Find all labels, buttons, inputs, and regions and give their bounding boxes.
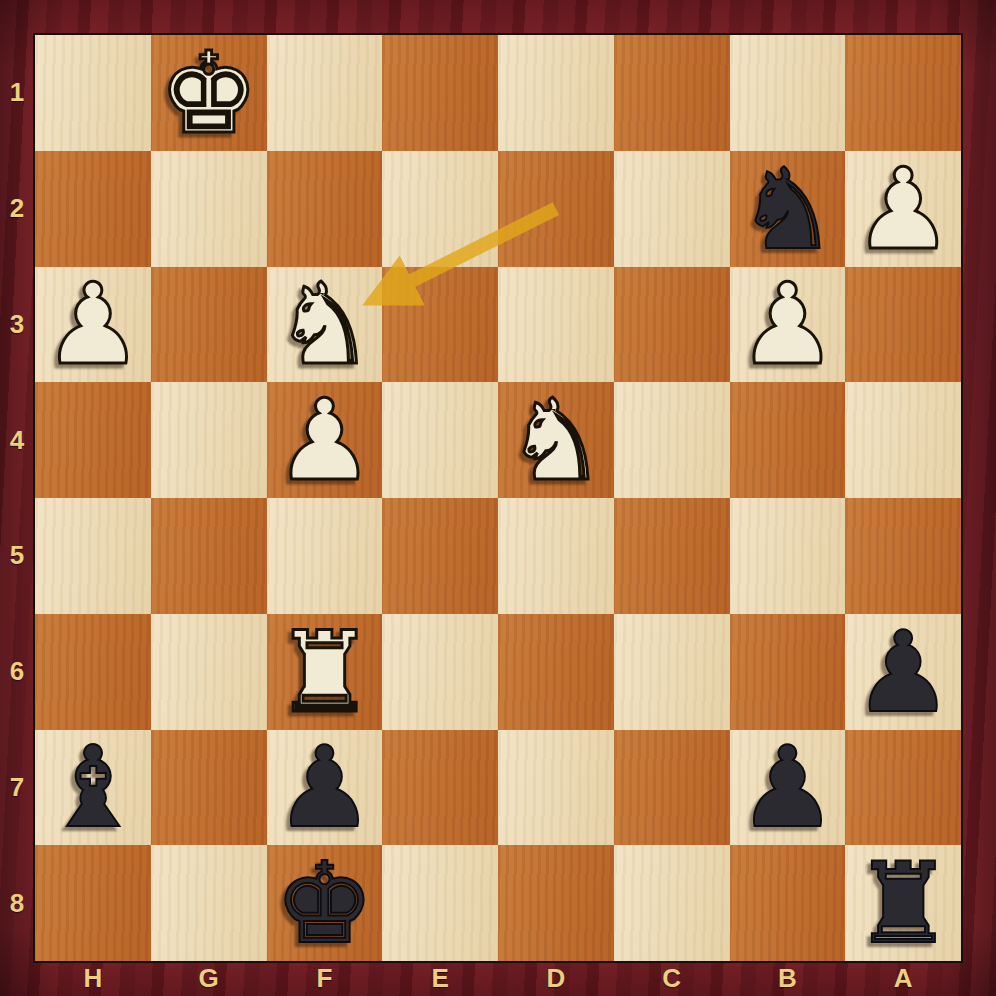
square-a8[interactable]: ♜ xyxy=(845,845,961,961)
square-e5[interactable] xyxy=(382,498,498,614)
square-a1[interactable] xyxy=(845,35,961,151)
square-c1[interactable] xyxy=(614,35,730,151)
square-b1[interactable] xyxy=(730,35,846,151)
piece-black-pawn-f7[interactable]: ♟ xyxy=(274,729,374,845)
square-d7[interactable] xyxy=(498,730,614,846)
square-d5[interactable] xyxy=(498,498,614,614)
square-d2[interactable] xyxy=(498,151,614,267)
square-b4[interactable] xyxy=(730,382,846,498)
square-a4[interactable] xyxy=(845,382,961,498)
rank-label-7: 7 xyxy=(0,730,34,846)
file-label-b: B xyxy=(730,961,846,995)
square-f8[interactable]: ♚ xyxy=(267,845,383,961)
piece-white-rook-f6[interactable]: ♜ xyxy=(274,614,374,730)
file-label-c: C xyxy=(614,961,730,995)
square-g8[interactable] xyxy=(151,845,267,961)
square-d6[interactable] xyxy=(498,614,614,730)
piece-black-rook-a8[interactable]: ♜ xyxy=(853,845,953,961)
square-f6[interactable]: ♜ xyxy=(267,614,383,730)
square-c7[interactable] xyxy=(614,730,730,846)
file-label-a: A xyxy=(845,961,961,995)
board-frame: ♚♞♟♟♞♟♟♞♜♟♝♟♟♚♜ HGFEDCBA12345678 xyxy=(0,0,996,996)
rank-label-6: 6 xyxy=(0,614,34,730)
square-h1[interactable] xyxy=(35,35,151,151)
square-h7[interactable]: ♝ xyxy=(35,730,151,846)
square-c2[interactable] xyxy=(614,151,730,267)
square-e1[interactable] xyxy=(382,35,498,151)
square-f2[interactable] xyxy=(267,151,383,267)
square-e8[interactable] xyxy=(382,845,498,961)
square-h4[interactable] xyxy=(35,382,151,498)
rank-label-2: 2 xyxy=(0,151,34,267)
piece-white-pawn-a2[interactable]: ♟ xyxy=(853,151,953,267)
square-c3[interactable] xyxy=(614,267,730,383)
square-g6[interactable] xyxy=(151,614,267,730)
piece-white-pawn-f4[interactable]: ♟ xyxy=(274,382,374,498)
square-d4[interactable]: ♞ xyxy=(498,382,614,498)
rank-label-5: 5 xyxy=(0,498,34,614)
square-g7[interactable] xyxy=(151,730,267,846)
file-label-h: H xyxy=(35,961,151,995)
square-d8[interactable] xyxy=(498,845,614,961)
piece-white-knight-d4[interactable]: ♞ xyxy=(506,382,606,498)
piece-black-pawn-b7[interactable]: ♟ xyxy=(737,729,837,845)
file-label-d: D xyxy=(498,961,614,995)
square-g3[interactable] xyxy=(151,267,267,383)
square-f1[interactable] xyxy=(267,35,383,151)
square-a7[interactable] xyxy=(845,730,961,846)
square-d1[interactable] xyxy=(498,35,614,151)
rank-label-1: 1 xyxy=(0,35,34,151)
square-e4[interactable] xyxy=(382,382,498,498)
square-h5[interactable] xyxy=(35,498,151,614)
square-b3[interactable]: ♟ xyxy=(730,267,846,383)
square-c8[interactable] xyxy=(614,845,730,961)
piece-black-pawn-a6[interactable]: ♟ xyxy=(853,614,953,730)
square-b5[interactable] xyxy=(730,498,846,614)
square-a6[interactable]: ♟ xyxy=(845,614,961,730)
piece-white-pawn-b3[interactable]: ♟ xyxy=(737,266,837,382)
square-a2[interactable]: ♟ xyxy=(845,151,961,267)
square-g1[interactable]: ♚ xyxy=(151,35,267,151)
square-f7[interactable]: ♟ xyxy=(267,730,383,846)
square-e3[interactable] xyxy=(382,267,498,383)
square-g5[interactable] xyxy=(151,498,267,614)
piece-white-knight-f3[interactable]: ♞ xyxy=(274,266,374,382)
square-g4[interactable] xyxy=(151,382,267,498)
square-f4[interactable]: ♟ xyxy=(267,382,383,498)
piece-white-king-g1[interactable]: ♚ xyxy=(158,35,258,151)
square-f5[interactable] xyxy=(267,498,383,614)
piece-black-bishop-h7[interactable]: ♝ xyxy=(43,729,143,845)
square-a3[interactable] xyxy=(845,267,961,383)
file-label-f: F xyxy=(267,961,383,995)
square-a5[interactable] xyxy=(845,498,961,614)
piece-black-knight-b2[interactable]: ♞ xyxy=(737,151,837,267)
square-h3[interactable]: ♟ xyxy=(35,267,151,383)
square-g2[interactable] xyxy=(151,151,267,267)
rank-label-4: 4 xyxy=(0,382,34,498)
chess-board: ♚♞♟♟♞♟♟♞♜♟♝♟♟♚♜ xyxy=(33,33,963,963)
square-h6[interactable] xyxy=(35,614,151,730)
square-b2[interactable]: ♞ xyxy=(730,151,846,267)
square-b6[interactable] xyxy=(730,614,846,730)
square-d3[interactable] xyxy=(498,267,614,383)
file-label-e: E xyxy=(382,961,498,995)
square-h2[interactable] xyxy=(35,151,151,267)
piece-white-pawn-h3[interactable]: ♟ xyxy=(43,266,143,382)
square-c6[interactable] xyxy=(614,614,730,730)
rank-label-8: 8 xyxy=(0,845,34,961)
square-c4[interactable] xyxy=(614,382,730,498)
piece-black-king-f8[interactable]: ♚ xyxy=(274,845,374,961)
square-b7[interactable]: ♟ xyxy=(730,730,846,846)
square-f3[interactable]: ♞ xyxy=(267,267,383,383)
square-c5[interactable] xyxy=(614,498,730,614)
file-label-g: G xyxy=(151,961,267,995)
square-h8[interactable] xyxy=(35,845,151,961)
square-e2[interactable] xyxy=(382,151,498,267)
square-e6[interactable] xyxy=(382,614,498,730)
square-b8[interactable] xyxy=(730,845,846,961)
square-e7[interactable] xyxy=(382,730,498,846)
rank-label-3: 3 xyxy=(0,267,34,383)
